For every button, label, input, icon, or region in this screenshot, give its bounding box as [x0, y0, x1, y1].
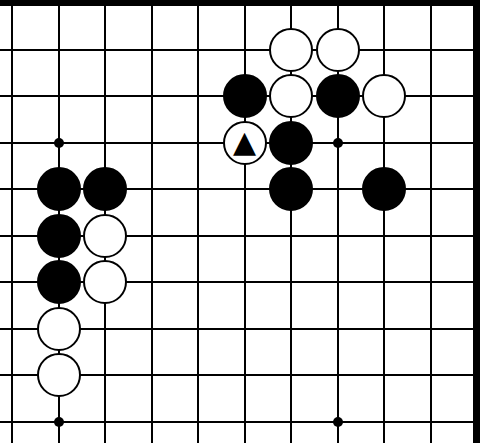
intersection — [35, 398, 82, 443]
triangle-mark: ▲ — [233, 127, 256, 157]
intersection — [175, 305, 222, 352]
intersection — [221, 166, 268, 213]
intersection: ▲ — [221, 119, 268, 166]
intersection — [221, 352, 268, 399]
intersection — [454, 26, 480, 73]
intersection — [128, 26, 175, 73]
intersection — [82, 0, 129, 26]
intersection — [175, 26, 222, 73]
intersection — [0, 398, 35, 443]
intersection — [361, 212, 408, 259]
intersection — [361, 398, 408, 443]
intersection — [361, 0, 408, 26]
intersection — [268, 259, 315, 306]
intersection — [268, 73, 315, 120]
intersection — [175, 352, 222, 399]
black-stone — [223, 74, 267, 118]
intersection — [175, 73, 222, 120]
intersection — [407, 212, 454, 259]
intersection — [175, 0, 222, 26]
intersection — [407, 73, 454, 120]
white-stone — [269, 28, 313, 72]
intersection — [221, 73, 268, 120]
intersection — [128, 212, 175, 259]
intersection — [35, 305, 82, 352]
intersection — [35, 259, 82, 306]
intersection — [314, 259, 361, 306]
black-stone — [37, 260, 81, 304]
intersection — [128, 352, 175, 399]
intersection — [454, 305, 480, 352]
intersection — [128, 166, 175, 213]
intersection — [268, 119, 315, 166]
intersection — [175, 398, 222, 443]
intersection — [454, 119, 480, 166]
intersection — [361, 352, 408, 399]
intersection — [221, 212, 268, 259]
intersection — [314, 398, 361, 443]
intersection — [128, 305, 175, 352]
black-stone — [269, 167, 313, 211]
intersection — [407, 119, 454, 166]
white-stone — [83, 260, 127, 304]
intersection — [0, 119, 35, 166]
intersection — [454, 259, 480, 306]
black-stone — [316, 74, 360, 118]
intersection — [361, 73, 408, 120]
intersection — [35, 212, 82, 259]
intersection — [128, 73, 175, 120]
intersection — [0, 26, 35, 73]
intersection — [221, 26, 268, 73]
intersection — [361, 26, 408, 73]
intersection — [361, 305, 408, 352]
intersection — [268, 0, 315, 26]
intersection — [82, 398, 129, 443]
intersection — [454, 0, 480, 26]
intersection — [361, 119, 408, 166]
intersection — [454, 352, 480, 399]
intersection — [82, 73, 129, 120]
intersection — [221, 305, 268, 352]
intersection — [314, 0, 361, 26]
intersection — [407, 259, 454, 306]
intersection — [314, 73, 361, 120]
intersection — [361, 259, 408, 306]
intersection — [268, 305, 315, 352]
white-stone — [37, 307, 81, 351]
intersection — [361, 166, 408, 213]
intersection — [128, 119, 175, 166]
intersection — [35, 0, 82, 26]
intersection — [314, 26, 361, 73]
intersection — [0, 305, 35, 352]
intersection — [128, 259, 175, 306]
go-board: ▲ — [0, 0, 480, 443]
intersection — [82, 212, 129, 259]
intersection — [128, 0, 175, 26]
intersection — [175, 259, 222, 306]
intersection — [35, 119, 82, 166]
intersection — [407, 0, 454, 26]
intersection — [0, 73, 35, 120]
intersection — [407, 166, 454, 213]
black-stone — [269, 121, 313, 165]
intersection — [407, 398, 454, 443]
intersection — [175, 212, 222, 259]
intersection — [221, 0, 268, 26]
intersection — [268, 212, 315, 259]
intersection — [314, 119, 361, 166]
intersection — [314, 166, 361, 213]
intersection — [221, 259, 268, 306]
intersection — [82, 259, 129, 306]
intersection — [0, 352, 35, 399]
black-stone — [362, 167, 406, 211]
intersection — [407, 26, 454, 73]
board-intersections: ▲ — [0, 0, 480, 443]
intersection — [35, 73, 82, 120]
intersection — [268, 166, 315, 213]
intersection — [221, 398, 268, 443]
intersection — [82, 119, 129, 166]
intersection — [454, 166, 480, 213]
white-stone — [269, 74, 313, 118]
black-stone — [83, 167, 127, 211]
intersection — [35, 352, 82, 399]
intersection — [82, 305, 129, 352]
white-stone — [83, 214, 127, 258]
intersection — [82, 166, 129, 213]
white-stone — [316, 28, 360, 72]
intersection — [268, 398, 315, 443]
intersection — [314, 305, 361, 352]
black-stone — [37, 167, 81, 211]
intersection — [314, 212, 361, 259]
intersection — [175, 119, 222, 166]
intersection — [454, 73, 480, 120]
intersection — [82, 352, 129, 399]
intersection — [407, 352, 454, 399]
intersection — [35, 166, 82, 213]
white-stone — [37, 353, 81, 397]
intersection — [82, 26, 129, 73]
intersection — [268, 26, 315, 73]
intersection — [128, 398, 175, 443]
intersection — [35, 26, 82, 73]
intersection — [175, 166, 222, 213]
intersection — [0, 212, 35, 259]
black-stone — [37, 214, 81, 258]
white-stone — [362, 74, 406, 118]
intersection — [454, 212, 480, 259]
intersection — [454, 398, 480, 443]
intersection — [314, 352, 361, 399]
white-stone: ▲ — [223, 121, 267, 165]
intersection — [0, 0, 35, 26]
intersection — [268, 352, 315, 399]
intersection — [0, 166, 35, 213]
intersection — [407, 305, 454, 352]
intersection — [0, 259, 35, 306]
